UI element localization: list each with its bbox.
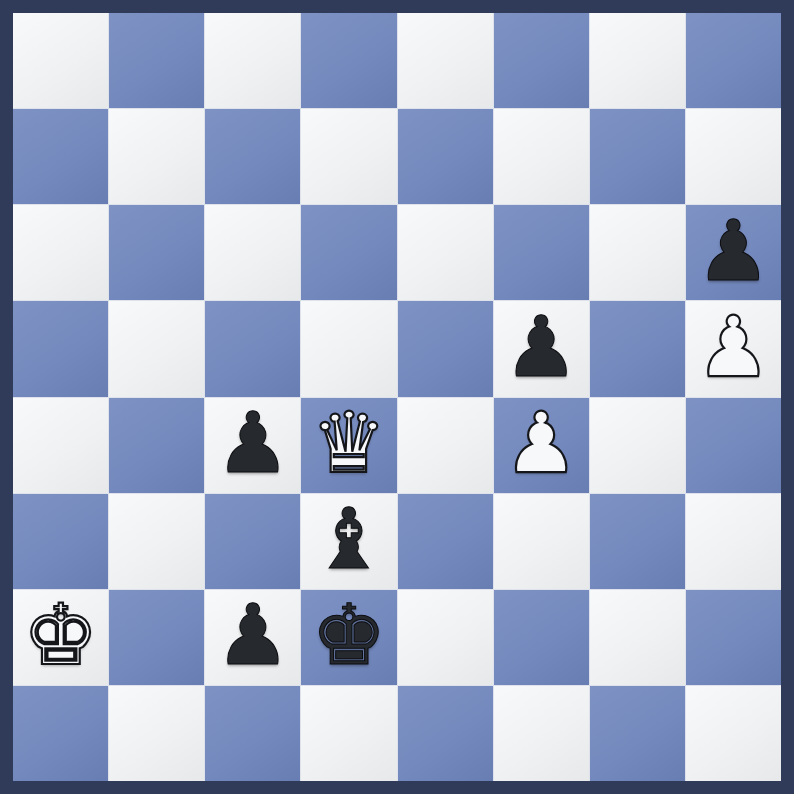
square-g5[interactable] xyxy=(590,301,685,396)
square-g8[interactable] xyxy=(590,13,685,108)
square-a6[interactable] xyxy=(13,205,108,300)
black-pawn[interactable]: ♟ xyxy=(215,593,290,677)
square-h6[interactable]: ♟ xyxy=(686,205,781,300)
square-b1[interactable] xyxy=(109,686,204,781)
square-d8[interactable] xyxy=(301,13,396,108)
square-d5[interactable] xyxy=(301,301,396,396)
black-bishop[interactable]: ♝ xyxy=(311,497,386,581)
square-b4[interactable] xyxy=(109,398,204,493)
square-b7[interactable] xyxy=(109,109,204,204)
square-d2[interactable]: ♚ xyxy=(301,590,396,685)
chess-board-page: ♟♟♟♟♛♟♝♚♟♚ xyxy=(0,0,794,794)
square-b8[interactable] xyxy=(109,13,204,108)
square-a7[interactable] xyxy=(13,109,108,204)
square-g6[interactable] xyxy=(590,205,685,300)
square-d4[interactable]: ♛ xyxy=(301,398,396,493)
square-h1[interactable] xyxy=(686,686,781,781)
square-e8[interactable] xyxy=(398,13,493,108)
square-b6[interactable] xyxy=(109,205,204,300)
square-f1[interactable] xyxy=(494,686,589,781)
square-f6[interactable] xyxy=(494,205,589,300)
white-pawn[interactable]: ♟ xyxy=(504,401,579,485)
square-g4[interactable] xyxy=(590,398,685,493)
square-a1[interactable] xyxy=(13,686,108,781)
square-c6[interactable] xyxy=(205,205,300,300)
square-e3[interactable] xyxy=(398,494,493,589)
square-d3[interactable]: ♝ xyxy=(301,494,396,589)
black-pawn[interactable]: ♟ xyxy=(696,209,771,293)
chess-board: ♟♟♟♟♛♟♝♚♟♚ xyxy=(0,0,794,794)
square-g2[interactable] xyxy=(590,590,685,685)
square-e5[interactable] xyxy=(398,301,493,396)
square-c4[interactable]: ♟ xyxy=(205,398,300,493)
white-queen[interactable]: ♛ xyxy=(311,401,386,485)
black-pawn[interactable]: ♟ xyxy=(504,305,579,389)
square-h3[interactable] xyxy=(686,494,781,589)
square-b2[interactable] xyxy=(109,590,204,685)
square-f4[interactable]: ♟ xyxy=(494,398,589,493)
square-f8[interactable] xyxy=(494,13,589,108)
square-d7[interactable] xyxy=(301,109,396,204)
square-c8[interactable] xyxy=(205,13,300,108)
white-king[interactable]: ♚ xyxy=(23,593,98,677)
square-f7[interactable] xyxy=(494,109,589,204)
black-king[interactable]: ♚ xyxy=(311,593,386,677)
square-h8[interactable] xyxy=(686,13,781,108)
square-h2[interactable] xyxy=(686,590,781,685)
square-e4[interactable] xyxy=(398,398,493,493)
square-g1[interactable] xyxy=(590,686,685,781)
square-e6[interactable] xyxy=(398,205,493,300)
square-h4[interactable] xyxy=(686,398,781,493)
square-a5[interactable] xyxy=(13,301,108,396)
square-c7[interactable] xyxy=(205,109,300,204)
square-g7[interactable] xyxy=(590,109,685,204)
square-b3[interactable] xyxy=(109,494,204,589)
square-c1[interactable] xyxy=(205,686,300,781)
black-pawn[interactable]: ♟ xyxy=(215,401,290,485)
square-a8[interactable] xyxy=(13,13,108,108)
square-h7[interactable] xyxy=(686,109,781,204)
square-f5[interactable]: ♟ xyxy=(494,301,589,396)
square-c3[interactable] xyxy=(205,494,300,589)
square-g3[interactable] xyxy=(590,494,685,589)
square-c5[interactable] xyxy=(205,301,300,396)
square-d6[interactable] xyxy=(301,205,396,300)
square-c2[interactable]: ♟ xyxy=(205,590,300,685)
square-e2[interactable] xyxy=(398,590,493,685)
square-e7[interactable] xyxy=(398,109,493,204)
square-f3[interactable] xyxy=(494,494,589,589)
white-pawn[interactable]: ♟ xyxy=(696,305,771,389)
square-a3[interactable] xyxy=(13,494,108,589)
square-d1[interactable] xyxy=(301,686,396,781)
square-f2[interactable] xyxy=(494,590,589,685)
square-b5[interactable] xyxy=(109,301,204,396)
square-a4[interactable] xyxy=(13,398,108,493)
square-a2[interactable]: ♚ xyxy=(13,590,108,685)
square-h5[interactable]: ♟ xyxy=(686,301,781,396)
square-e1[interactable] xyxy=(398,686,493,781)
